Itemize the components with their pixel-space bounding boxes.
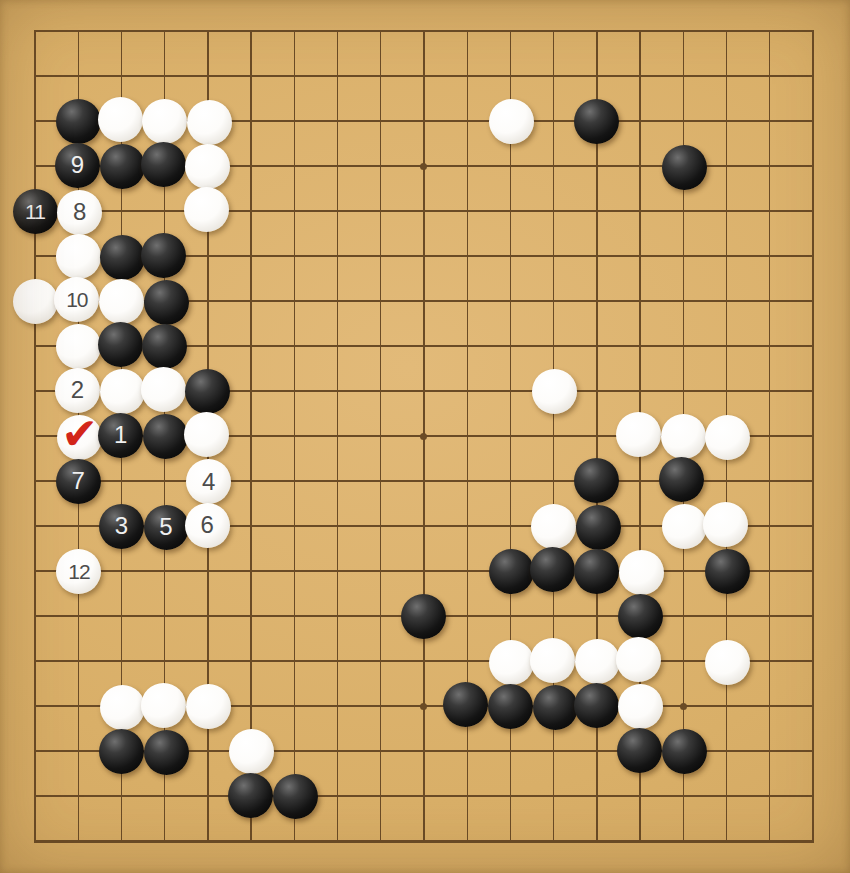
- white-stone: 8: [57, 190, 102, 235]
- move-number-label: 6: [200, 513, 213, 537]
- black-stone: [533, 685, 578, 730]
- move-number-label: 3: [115, 514, 128, 538]
- white-stone: [703, 502, 748, 547]
- white-stone: [141, 367, 186, 412]
- move-number-label: 7: [72, 469, 85, 493]
- star-point: [420, 433, 427, 440]
- black-stone: [228, 773, 273, 818]
- white-stone: [187, 100, 232, 145]
- white-stone: [56, 234, 101, 279]
- white-stone: [530, 638, 575, 683]
- white-stone: [531, 504, 576, 549]
- white-stone: [100, 369, 145, 414]
- white-stone: [705, 415, 750, 460]
- black-stone: [100, 235, 145, 280]
- move-number-label: 9: [71, 153, 84, 177]
- check-icon: ✔: [61, 412, 98, 456]
- white-stone: [99, 279, 144, 324]
- black-stone: [576, 505, 621, 550]
- white-stone: 2: [55, 368, 100, 413]
- black-stone: [99, 729, 144, 774]
- white-stone: [185, 144, 230, 189]
- grid-line: [35, 795, 813, 796]
- white-stone: [532, 369, 577, 414]
- white-stone: [56, 324, 101, 369]
- star-point: [680, 703, 687, 710]
- black-stone: [574, 549, 619, 594]
- black-stone: 9: [55, 143, 100, 188]
- grid-line: [35, 570, 813, 571]
- grid-line: [769, 31, 770, 841]
- black-stone: [56, 99, 101, 144]
- move-number-label: 1: [114, 423, 127, 447]
- move-number-label: 2: [71, 378, 84, 402]
- black-stone: [705, 549, 750, 594]
- black-stone: [530, 547, 575, 592]
- white-stone: [616, 412, 661, 457]
- white-stone: [100, 685, 145, 730]
- black-stone: 7: [56, 459, 101, 504]
- black-stone: [659, 457, 704, 502]
- black-stone: [143, 414, 188, 459]
- black-stone: [401, 594, 446, 639]
- black-stone: [100, 144, 145, 189]
- grid-line: [35, 660, 813, 661]
- white-stone: [662, 504, 707, 549]
- white-stone: [618, 684, 663, 729]
- black-stone: 11: [13, 189, 58, 234]
- black-stone: 3: [99, 504, 144, 549]
- black-stone: [443, 682, 488, 727]
- white-stone: 6: [185, 503, 230, 548]
- move-number-label: 5: [159, 515, 172, 539]
- white-stone: [619, 550, 664, 595]
- black-stone: [662, 145, 707, 190]
- screenshot: 9118102✔17435612: [0, 0, 850, 873]
- white-stone: [575, 639, 620, 684]
- white-stone: [13, 279, 58, 324]
- black-stone: 1: [98, 413, 143, 458]
- star-point: [420, 163, 427, 170]
- white-stone: [184, 187, 229, 232]
- white-stone: [229, 729, 274, 774]
- white-stone: 4: [186, 459, 231, 504]
- white-stone: [98, 97, 143, 142]
- grid-line: [35, 840, 813, 841]
- black-stone: [141, 233, 186, 278]
- white-stone: ✔: [57, 415, 102, 460]
- white-stone: 10: [54, 277, 99, 322]
- white-stone: [142, 99, 187, 144]
- black-stone: [273, 774, 318, 819]
- black-stone: [98, 322, 143, 367]
- black-stone: [574, 458, 619, 503]
- white-stone: [661, 414, 706, 459]
- star-point: [420, 703, 427, 710]
- grid-line: [812, 31, 813, 841]
- black-stone: 5: [144, 505, 189, 550]
- black-stone: [144, 730, 189, 775]
- white-stone: [184, 412, 229, 457]
- black-stone: [574, 683, 619, 728]
- move-number-label: 12: [68, 561, 89, 582]
- move-number-label: 10: [66, 289, 87, 310]
- black-stone: [488, 684, 533, 729]
- white-stone: [616, 637, 661, 682]
- black-stone: [662, 729, 707, 774]
- white-stone: [489, 99, 534, 144]
- go-board[interactable]: 9118102✔17435612: [0, 0, 850, 873]
- black-stone: [142, 324, 187, 369]
- black-stone: [141, 142, 186, 187]
- white-stone: [186, 684, 231, 729]
- white-stone: [705, 640, 750, 685]
- black-stone: [617, 728, 662, 773]
- move-number-label: 4: [202, 470, 215, 494]
- white-stone: [489, 640, 534, 685]
- move-number-label: 8: [73, 200, 86, 224]
- move-number-label: 11: [25, 201, 45, 222]
- black-stone: [618, 594, 663, 639]
- black-stone: [185, 369, 230, 414]
- white-stone: 12: [56, 549, 101, 594]
- black-stone: [489, 549, 534, 594]
- black-stone: [144, 280, 189, 325]
- white-stone: [141, 683, 186, 728]
- black-stone: [574, 99, 619, 144]
